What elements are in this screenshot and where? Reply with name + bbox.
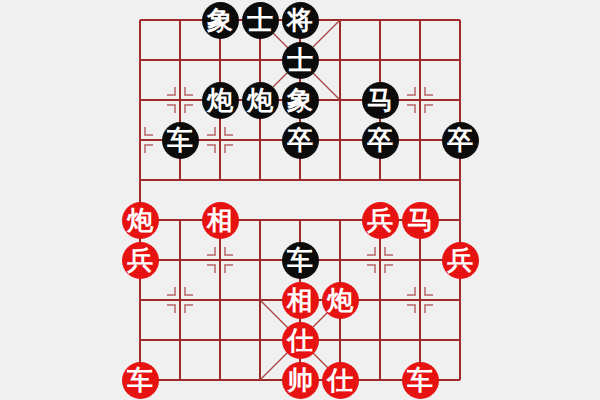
piece-red-cannon[interactable]: 炮 [122, 202, 159, 239]
piece-black-advisor[interactable]: 士 [242, 2, 279, 39]
piece-black-cannon[interactable]: 炮 [202, 82, 239, 119]
piece-red-elephant[interactable]: 相 [202, 202, 239, 239]
piece-black-cannon[interactable]: 炮 [242, 82, 279, 119]
piece-black-horse[interactable]: 马 [362, 82, 399, 119]
piece-black-soldier[interactable]: 卒 [282, 122, 319, 159]
piece-red-soldier[interactable]: 兵 [362, 202, 399, 239]
piece-red-horse[interactable]: 马 [402, 202, 439, 239]
piece-black-chariot[interactable]: 车 [282, 242, 319, 279]
piece-red-chariot[interactable]: 车 [402, 362, 439, 399]
piece-red-elephant[interactable]: 相 [282, 282, 319, 319]
piece-red-cannon[interactable]: 炮 [322, 282, 359, 319]
xiangqi-board: 象士将士炮炮象马车卒卒卒车炮相兵马兵兵相炮仕车帅仕车 [0, 0, 600, 400]
piece-black-soldier[interactable]: 卒 [442, 122, 479, 159]
piece-black-chariot[interactable]: 车 [162, 122, 199, 159]
piece-black-soldier[interactable]: 卒 [362, 122, 399, 159]
piece-black-elephant[interactable]: 象 [202, 2, 239, 39]
piece-red-chariot[interactable]: 车 [122, 362, 159, 399]
piece-red-advisor[interactable]: 仕 [322, 362, 359, 399]
piece-black-elephant[interactable]: 象 [282, 82, 319, 119]
piece-layer: 象士将士炮炮象马车卒卒卒车炮相兵马兵兵相炮仕车帅仕车 [120, 0, 480, 400]
piece-red-advisor[interactable]: 仕 [282, 322, 319, 359]
piece-red-soldier[interactable]: 兵 [442, 242, 479, 279]
piece-black-advisor[interactable]: 士 [282, 42, 319, 79]
piece-black-general[interactable]: 将 [282, 2, 319, 39]
piece-red-general[interactable]: 帅 [282, 362, 319, 399]
piece-red-soldier[interactable]: 兵 [122, 242, 159, 279]
